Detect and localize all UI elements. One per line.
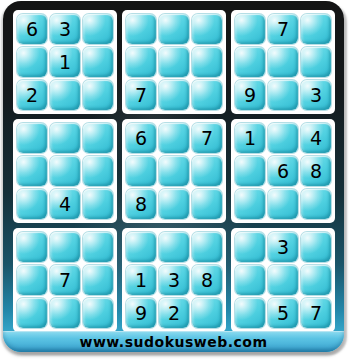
cell-r5c7[interactable] <box>235 156 265 186</box>
cell-r7c9[interactable] <box>301 232 331 262</box>
cell-r6c9[interactable] <box>301 189 331 219</box>
cell-r3c7[interactable]: 9 <box>235 80 265 110</box>
cell-r5c2[interactable] <box>50 156 80 186</box>
cell-r4c8[interactable] <box>268 123 298 153</box>
cell-r2c2[interactable]: 1 <box>50 47 80 77</box>
cell-r6c5[interactable] <box>159 189 189 219</box>
cell-r8c5[interactable]: 3 <box>159 265 189 295</box>
cell-r3c6[interactable] <box>192 80 222 110</box>
cell-r7c8[interactable]: 3 <box>268 232 298 262</box>
sudoku-page: 6312779346781468713892357 www.sudokusweb… <box>0 0 350 360</box>
cell-r5c1[interactable] <box>17 156 47 186</box>
cell-r7c6[interactable] <box>192 232 222 262</box>
cell-r1c3[interactable] <box>83 14 113 44</box>
cell-r2c3[interactable] <box>83 47 113 77</box>
cell-r2c7[interactable] <box>235 47 265 77</box>
cell-r7c4[interactable] <box>126 232 156 262</box>
cell-r3c3[interactable] <box>83 80 113 110</box>
box-1-2: 1468 <box>231 119 335 223</box>
cell-r7c1[interactable] <box>17 232 47 262</box>
cell-r9c5[interactable]: 2 <box>159 298 189 328</box>
box-1-1: 678 <box>122 119 226 223</box>
box-1-0: 4 <box>13 119 117 223</box>
box-2-2: 357 <box>231 228 335 332</box>
cell-r9c1[interactable] <box>17 298 47 328</box>
cell-r1c4[interactable] <box>126 14 156 44</box>
cell-r2c9[interactable] <box>301 47 331 77</box>
cell-r3c2[interactable] <box>50 80 80 110</box>
board-frame: 6312779346781468713892357 www.sudokusweb… <box>3 1 344 352</box>
cell-r2c6[interactable] <box>192 47 222 77</box>
cell-r6c6[interactable] <box>192 189 222 219</box>
footer-band: www.sudokusweb.com <box>3 331 344 352</box>
cell-r4c4[interactable]: 6 <box>126 123 156 153</box>
cell-r4c6[interactable]: 7 <box>192 123 222 153</box>
cell-r9c2[interactable] <box>50 298 80 328</box>
sudoku-board: 6312779346781468713892357 <box>13 10 335 332</box>
cell-r6c8[interactable] <box>268 189 298 219</box>
cell-r8c2[interactable]: 7 <box>50 265 80 295</box>
cell-r1c7[interactable] <box>235 14 265 44</box>
cell-r9c4[interactable]: 9 <box>126 298 156 328</box>
cell-r6c7[interactable] <box>235 189 265 219</box>
cell-r4c5[interactable] <box>159 123 189 153</box>
cell-r6c1[interactable] <box>17 189 47 219</box>
cell-r6c4[interactable]: 8 <box>126 189 156 219</box>
cell-r1c5[interactable] <box>159 14 189 44</box>
cell-r3c9[interactable]: 3 <box>301 80 331 110</box>
cell-r7c7[interactable] <box>235 232 265 262</box>
cell-r4c7[interactable]: 1 <box>235 123 265 153</box>
cell-r8c1[interactable] <box>17 265 47 295</box>
cell-r7c5[interactable] <box>159 232 189 262</box>
cell-r8c3[interactable] <box>83 265 113 295</box>
cell-r1c6[interactable] <box>192 14 222 44</box>
cell-r2c8[interactable] <box>268 47 298 77</box>
cell-r3c1[interactable]: 2 <box>17 80 47 110</box>
cell-r6c3[interactable] <box>83 189 113 219</box>
box-0-1: 7 <box>122 10 226 114</box>
website-url: www.sudokusweb.com <box>79 334 267 350</box>
box-2-0: 7 <box>13 228 117 332</box>
cell-r1c2[interactable]: 3 <box>50 14 80 44</box>
cell-r8c9[interactable] <box>301 265 331 295</box>
cell-r8c8[interactable] <box>268 265 298 295</box>
cell-r1c8[interactable]: 7 <box>268 14 298 44</box>
cell-r7c3[interactable] <box>83 232 113 262</box>
cell-r5c9[interactable]: 8 <box>301 156 331 186</box>
cell-r9c6[interactable] <box>192 298 222 328</box>
cell-r5c4[interactable] <box>126 156 156 186</box>
cell-r3c8[interactable] <box>268 80 298 110</box>
cell-r2c1[interactable] <box>17 47 47 77</box>
cell-r8c7[interactable] <box>235 265 265 295</box>
box-0-2: 793 <box>231 10 335 114</box>
cell-r1c1[interactable]: 6 <box>17 14 47 44</box>
cell-r5c3[interactable] <box>83 156 113 186</box>
cell-r8c6[interactable]: 8 <box>192 265 222 295</box>
cell-r6c2[interactable]: 4 <box>50 189 80 219</box>
cell-r9c9[interactable]: 7 <box>301 298 331 328</box>
cell-r4c2[interactable] <box>50 123 80 153</box>
cell-r1c9[interactable] <box>301 14 331 44</box>
cell-r3c5[interactable] <box>159 80 189 110</box>
cell-r4c1[interactable] <box>17 123 47 153</box>
cell-r5c5[interactable] <box>159 156 189 186</box>
box-2-1: 13892 <box>122 228 226 332</box>
cell-r5c8[interactable]: 6 <box>268 156 298 186</box>
cell-r8c4[interactable]: 1 <box>126 265 156 295</box>
cell-r5c6[interactable] <box>192 156 222 186</box>
cell-r4c9[interactable]: 4 <box>301 123 331 153</box>
cell-r3c4[interactable]: 7 <box>126 80 156 110</box>
cell-r9c8[interactable]: 5 <box>268 298 298 328</box>
cell-r4c3[interactable] <box>83 123 113 153</box>
cell-r9c3[interactable] <box>83 298 113 328</box>
cell-r2c4[interactable] <box>126 47 156 77</box>
cell-r9c7[interactable] <box>235 298 265 328</box>
cell-r2c5[interactable] <box>159 47 189 77</box>
box-0-0: 6312 <box>13 10 117 114</box>
cell-r7c2[interactable] <box>50 232 80 262</box>
